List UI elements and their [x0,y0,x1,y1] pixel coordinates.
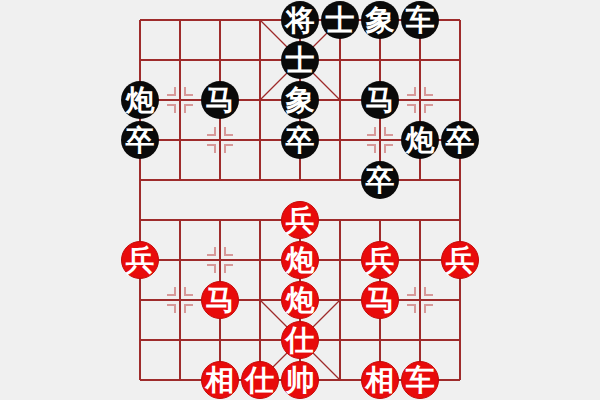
piece-black-advisor[interactable]: 士 [281,41,319,79]
piece-red-cannon[interactable]: 炮 [281,241,319,279]
piece-black-cannon[interactable]: 炮 [401,121,439,159]
piece-black-advisor[interactable]: 士 [321,1,359,39]
piece-black-general[interactable]: 将 [281,1,319,39]
piece-red-advisor[interactable]: 仕 [241,361,279,399]
app-background: 将士象车士炮马象马卒卒炮卒卒兵兵炮兵兵马炮马仕相仕帅相车 [0,0,600,400]
piece-black-chariot[interactable]: 车 [401,1,439,39]
piece-black-soldier[interactable]: 卒 [441,121,479,159]
piece-red-horse[interactable]: 马 [361,281,399,319]
piece-black-horse[interactable]: 马 [201,81,239,119]
piece-black-soldier[interactable]: 卒 [121,121,159,159]
piece-red-general[interactable]: 帅 [281,361,319,399]
piece-black-soldier[interactable]: 卒 [281,121,319,159]
piece-red-horse[interactable]: 马 [201,281,239,319]
piece-black-elephant[interactable]: 象 [281,81,319,119]
piece-red-soldier[interactable]: 兵 [361,241,399,279]
piece-black-elephant[interactable]: 象 [361,1,399,39]
piece-black-cannon[interactable]: 炮 [121,81,159,119]
piece-black-horse[interactable]: 马 [361,81,399,119]
piece-red-elephant[interactable]: 相 [361,361,399,399]
piece-red-soldier[interactable]: 兵 [121,241,159,279]
piece-black-soldier[interactable]: 卒 [361,161,399,199]
piece-red-chariot[interactable]: 车 [401,361,439,399]
piece-red-cannon[interactable]: 炮 [281,281,319,319]
piece-red-soldier[interactable]: 兵 [441,241,479,279]
piece-red-soldier[interactable]: 兵 [281,201,319,239]
pieces-layer: 将士象车士炮马象马卒卒炮卒卒兵兵炮兵兵马炮马仕相仕帅相车 [0,0,600,400]
piece-red-advisor[interactable]: 仕 [281,321,319,359]
piece-red-elephant[interactable]: 相 [201,361,239,399]
